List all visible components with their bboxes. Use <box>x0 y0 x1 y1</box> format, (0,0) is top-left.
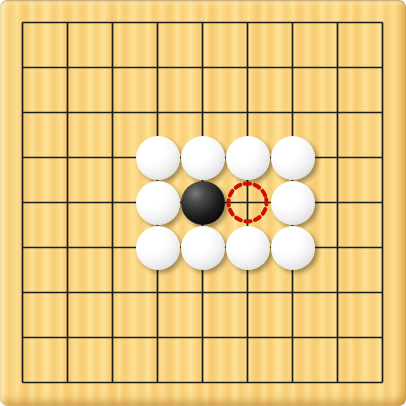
point-e9[interactable] <box>180 360 225 405</box>
point-c5[interactable] <box>90 180 135 225</box>
point-i6[interactable] <box>360 225 405 270</box>
point-g2[interactable] <box>270 45 315 90</box>
point-f7[interactable] <box>225 270 270 315</box>
point-b9[interactable] <box>45 360 90 405</box>
point-e5[interactable] <box>180 180 225 225</box>
point-h1[interactable] <box>315 0 360 45</box>
white-stone <box>136 226 180 270</box>
point-a1[interactable] <box>0 0 45 45</box>
white-stone <box>226 226 270 270</box>
red-dashed-circle-marker <box>225 180 270 225</box>
point-f6[interactable] <box>225 225 270 270</box>
point-c2[interactable] <box>90 45 135 90</box>
white-stone <box>271 226 315 270</box>
point-g4[interactable] <box>270 135 315 180</box>
point-a8[interactable] <box>0 315 45 360</box>
white-stone <box>136 136 180 180</box>
point-h3[interactable] <box>315 90 360 135</box>
point-f4[interactable] <box>225 135 270 180</box>
point-d9[interactable] <box>135 360 180 405</box>
point-g5[interactable] <box>270 180 315 225</box>
point-i5[interactable] <box>360 180 405 225</box>
point-a6[interactable] <box>0 225 45 270</box>
board-points <box>0 0 405 405</box>
point-f5[interactable] <box>225 180 270 225</box>
point-g1[interactable] <box>270 0 315 45</box>
point-d7[interactable] <box>135 270 180 315</box>
point-c4[interactable] <box>90 135 135 180</box>
point-i1[interactable] <box>360 0 405 45</box>
white-stone <box>271 136 315 180</box>
point-h9[interactable] <box>315 360 360 405</box>
point-b5[interactable] <box>45 180 90 225</box>
point-d5[interactable] <box>135 180 180 225</box>
white-stone <box>136 181 180 225</box>
point-i8[interactable] <box>360 315 405 360</box>
point-b6[interactable] <box>45 225 90 270</box>
point-c3[interactable] <box>90 90 135 135</box>
point-a4[interactable] <box>0 135 45 180</box>
point-d4[interactable] <box>135 135 180 180</box>
point-f1[interactable] <box>225 0 270 45</box>
point-g3[interactable] <box>270 90 315 135</box>
white-stone <box>181 226 225 270</box>
white-stone <box>271 181 315 225</box>
point-b8[interactable] <box>45 315 90 360</box>
point-h4[interactable] <box>315 135 360 180</box>
white-stone <box>181 136 225 180</box>
point-f2[interactable] <box>225 45 270 90</box>
point-d1[interactable] <box>135 0 180 45</box>
point-e8[interactable] <box>180 315 225 360</box>
point-h8[interactable] <box>315 315 360 360</box>
point-h6[interactable] <box>315 225 360 270</box>
point-b7[interactable] <box>45 270 90 315</box>
point-f8[interactable] <box>225 315 270 360</box>
point-e7[interactable] <box>180 270 225 315</box>
point-a3[interactable] <box>0 90 45 135</box>
point-c9[interactable] <box>90 360 135 405</box>
point-d6[interactable] <box>135 225 180 270</box>
point-c7[interactable] <box>90 270 135 315</box>
point-d8[interactable] <box>135 315 180 360</box>
point-a5[interactable] <box>0 180 45 225</box>
point-b3[interactable] <box>45 90 90 135</box>
point-i3[interactable] <box>360 90 405 135</box>
point-g6[interactable] <box>270 225 315 270</box>
point-e3[interactable] <box>180 90 225 135</box>
point-i2[interactable] <box>360 45 405 90</box>
point-b2[interactable] <box>45 45 90 90</box>
point-e6[interactable] <box>180 225 225 270</box>
point-e4[interactable] <box>180 135 225 180</box>
point-d2[interactable] <box>135 45 180 90</box>
point-g9[interactable] <box>270 360 315 405</box>
point-a2[interactable] <box>0 45 45 90</box>
white-stone <box>226 136 270 180</box>
point-i9[interactable] <box>360 360 405 405</box>
point-b1[interactable] <box>45 0 90 45</box>
point-g7[interactable] <box>270 270 315 315</box>
page <box>0 0 406 406</box>
point-h7[interactable] <box>315 270 360 315</box>
point-e2[interactable] <box>180 45 225 90</box>
point-c6[interactable] <box>90 225 135 270</box>
point-f3[interactable] <box>225 90 270 135</box>
point-b4[interactable] <box>45 135 90 180</box>
point-a9[interactable] <box>0 360 45 405</box>
point-a7[interactable] <box>0 270 45 315</box>
point-c8[interactable] <box>90 315 135 360</box>
go-board <box>0 0 406 406</box>
point-i7[interactable] <box>360 270 405 315</box>
point-d3[interactable] <box>135 90 180 135</box>
point-h5[interactable] <box>315 180 360 225</box>
black-stone <box>181 181 225 225</box>
point-g8[interactable] <box>270 315 315 360</box>
point-h2[interactable] <box>315 45 360 90</box>
point-f9[interactable] <box>225 360 270 405</box>
point-i4[interactable] <box>360 135 405 180</box>
point-e1[interactable] <box>180 0 225 45</box>
point-c1[interactable] <box>90 0 135 45</box>
